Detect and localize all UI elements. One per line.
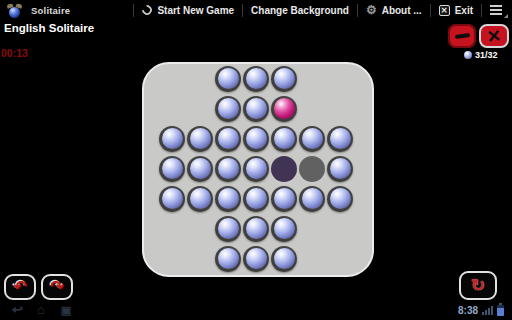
board-cell-r1c3[interactable] [214,64,242,94]
peg [302,128,323,149]
board-grid [158,64,354,274]
peg-ball-icon [464,51,472,59]
board-cell-r2c7 [326,94,354,124]
board-cell-r2c6 [298,94,326,124]
peg [218,158,239,179]
board-cell-r4c7[interactable] [326,154,354,184]
redo-icon: ↷ [50,279,63,295]
board-cell-r6c3[interactable] [214,214,242,244]
peg [162,188,183,209]
board-cell-r2c1 [158,94,186,124]
app-icon [7,3,22,18]
peg [218,248,239,269]
peg [246,248,267,269]
board-cell-r2c2 [186,94,214,124]
nav-recents-icon[interactable]: ▣ [61,303,71,317]
status-clock: 8:38 [458,305,478,316]
board-cell-r6c5[interactable] [270,214,298,244]
board-cell-r7c3[interactable] [214,244,242,274]
peg [330,158,351,179]
peg [246,158,267,179]
board-cell-r1c1 [158,64,186,94]
restart-ring-icon [140,3,154,17]
board-cell-r5c1[interactable] [158,184,186,214]
board-cell-r3c4[interactable] [242,124,270,154]
minus-icon [454,33,469,39]
peg [162,158,183,179]
board-cell-r4c1[interactable] [158,154,186,184]
action-about[interactable]: ⚙ About ... [358,0,430,20]
game-variant-title: English Solitaire [4,22,94,34]
board-cell-r3c2[interactable] [186,124,214,154]
peg [246,68,267,89]
battery-icon [497,305,504,316]
peg [218,128,239,149]
action-change-background-label: Change Background [251,5,349,16]
peg [246,128,267,149]
overflow-menu-icon[interactable] [482,0,512,20]
board-cell-r4c4[interactable] [242,154,270,184]
board-cell-r3c6[interactable] [298,124,326,154]
undo-icon: ↶ [13,279,26,295]
action-change-background[interactable]: Change Background [243,0,357,20]
board-cell-r7c4[interactable] [242,244,270,274]
peg [218,218,239,239]
peg [246,188,267,209]
board-cell-r6c2 [186,214,214,244]
peg [274,188,295,209]
board-cell-r7c1 [158,244,186,274]
board-cell-r1c7 [326,64,354,94]
peg [274,68,295,89]
action-start-new-game-label: Start New Game [157,5,234,16]
peg [246,98,267,119]
board-cell-r4c6[interactable] [298,154,326,184]
board-cell-r6c4[interactable] [242,214,270,244]
undo-button[interactable]: ↶ [4,274,36,300]
android-nav-bar: ↩ ⌂ ▣ 8:38 [0,300,512,320]
restart-icon: ↻ [471,277,485,294]
peg [274,218,295,239]
top-action-bar: Solitaire Start New Game Change Backgrou… [0,0,512,20]
board-cell-r5c6[interactable] [298,184,326,214]
board-cell-r3c1[interactable] [158,124,186,154]
selected-peg [274,98,295,119]
target-hole [271,156,297,182]
board-cell-r3c3[interactable] [214,124,242,154]
app-identity: Solitaire [7,3,70,18]
board-cell-r3c5[interactable] [270,124,298,154]
peg [246,218,267,239]
board-cell-r1c2 [186,64,214,94]
peg [190,158,211,179]
minimize-button[interactable] [448,24,476,48]
signal-icon [482,306,493,315]
resize-corner [504,14,508,18]
nav-home-icon[interactable]: ⌂ [37,303,45,317]
board-cell-r7c7 [326,244,354,274]
board-cell-r6c7 [326,214,354,244]
board [142,62,374,277]
board-cell-r5c3[interactable] [214,184,242,214]
peg [190,188,211,209]
board-cell-r3c7[interactable] [326,124,354,154]
board-cell-r6c6 [298,214,326,244]
board-cell-r6c1 [158,214,186,244]
peg [330,128,351,149]
board-cell-r4c5[interactable] [270,154,298,184]
board-cell-r5c2[interactable] [186,184,214,214]
close-button[interactable]: ✕ [479,24,509,48]
board-cell-r5c4[interactable] [242,184,270,214]
peg [162,128,183,149]
peg-counter: 31/32 [464,50,498,60]
action-menu: Start New Game Change Background ⚙ About… [133,0,512,20]
board-cell-r1c4[interactable] [242,64,270,94]
board-cell-r2c4[interactable] [242,94,270,124]
game-timer: 00:13 [1,47,28,59]
restart-button[interactable]: ↻ [459,271,497,300]
app-title: Solitaire [31,5,70,16]
peg [218,188,239,209]
board-cell-r2c3[interactable] [214,94,242,124]
peg [218,98,239,119]
redo-button[interactable]: ↷ [41,274,73,300]
peg [330,188,351,209]
action-about-label: About ... [382,5,422,16]
board-cell-r5c5[interactable] [270,184,298,214]
board-cell-r2c5[interactable] [270,94,298,124]
empty-hole [299,156,325,182]
board-cell-r1c6 [298,64,326,94]
board-cell-r7c2 [186,244,214,274]
board-cell-r4c3[interactable] [214,154,242,184]
board-cell-r7c5[interactable] [270,244,298,274]
gear-icon: ⚙ [366,5,377,15]
board-cell-r1c5[interactable] [270,64,298,94]
peg [274,248,295,269]
nav-back-icon[interactable]: ↩ [12,303,23,317]
board-cell-r5c7[interactable] [326,184,354,214]
exit-box-icon: ✕ [439,5,450,16]
action-exit[interactable]: ✕ Exit [431,0,481,20]
peg-counter-value: 31/32 [475,50,498,60]
peg [190,128,211,149]
close-icon: ✕ [486,27,502,45]
action-start-new-game[interactable]: Start New Game [134,0,242,20]
action-exit-label: Exit [455,5,473,16]
board-cell-r4c2[interactable] [186,154,214,184]
board-cell-r7c6 [298,244,326,274]
app-icon-orb [9,7,20,18]
peg [274,128,295,149]
peg [218,68,239,89]
peg [302,188,323,209]
status-cluster[interactable]: 8:38 [458,305,504,316]
